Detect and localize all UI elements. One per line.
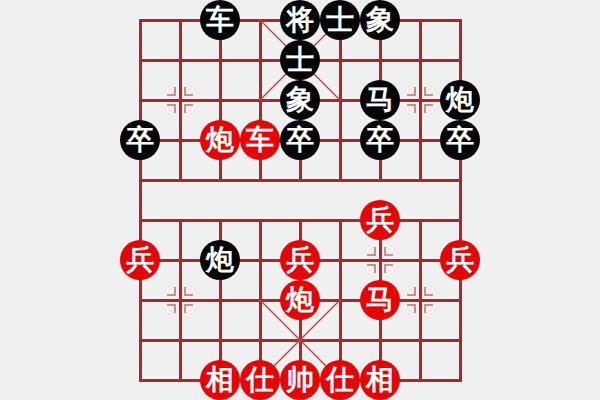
piece-black-advisor[interactable]: 士 [280, 40, 320, 80]
piece-black-soldier[interactable]: 卒 [360, 120, 400, 160]
piece-red-cannon[interactable]: 炮 [280, 280, 320, 320]
piece-black-general[interactable]: 将 [280, 0, 320, 40]
piece-red-horse[interactable]: 马 [360, 280, 400, 320]
piece-red-advisor[interactable]: 仕 [320, 360, 360, 400]
piece-red-elephant[interactable]: 相 [200, 360, 240, 400]
piece-red-soldier[interactable]: 兵 [360, 200, 400, 240]
piece-black-cannon[interactable]: 炮 [200, 240, 240, 280]
piece-black-soldier[interactable]: 卒 [280, 120, 320, 160]
piece-black-horse[interactable]: 马 [360, 80, 400, 120]
piece-red-general[interactable]: 帅 [280, 360, 320, 400]
piece-red-chariot[interactable]: 车 [240, 120, 280, 160]
piece-red-cannon[interactable]: 炮 [200, 120, 240, 160]
piece-black-elephant[interactable]: 象 [360, 0, 400, 40]
piece-red-elephant[interactable]: 相 [360, 360, 400, 400]
piece-black-chariot[interactable]: 车 [200, 0, 240, 40]
piece-black-soldier[interactable]: 卒 [440, 120, 480, 160]
pieces-layer: 车将士象士象马炮卒炮车卒卒卒兵兵炮兵兵炮马相仕帅仕相 [120, 0, 480, 400]
piece-black-cannon[interactable]: 炮 [440, 80, 480, 120]
piece-black-advisor[interactable]: 士 [320, 0, 360, 40]
piece-black-elephant[interactable]: 象 [280, 80, 320, 120]
piece-red-soldier[interactable]: 兵 [280, 240, 320, 280]
xiangqi-board: 车将士象士象马炮卒炮车卒卒卒兵兵炮兵兵炮马相仕帅仕相 [0, 0, 600, 400]
piece-red-soldier[interactable]: 兵 [120, 240, 160, 280]
piece-black-soldier[interactable]: 卒 [120, 120, 160, 160]
piece-red-advisor[interactable]: 仕 [240, 360, 280, 400]
piece-red-soldier[interactable]: 兵 [440, 240, 480, 280]
